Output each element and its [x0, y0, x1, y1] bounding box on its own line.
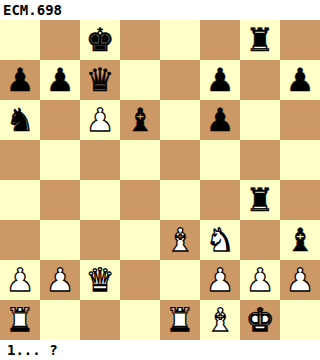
square-c6[interactable]: ♟ [80, 100, 120, 140]
square-e7[interactable] [160, 60, 200, 100]
white-pawn-piece: ♟ [206, 260, 235, 300]
square-g6[interactable] [240, 100, 280, 140]
square-b8[interactable] [40, 20, 80, 60]
square-f3[interactable]: ♞ [200, 220, 240, 260]
white-pawn-piece: ♟ [246, 260, 275, 300]
square-d7[interactable] [120, 60, 160, 100]
black-pawn-piece: ♟ [6, 60, 35, 100]
black-rook-piece: ♜ [246, 20, 275, 60]
square-f5[interactable] [200, 140, 240, 180]
square-g1[interactable]: ♚ [240, 300, 280, 340]
square-e1[interactable]: ♜ [160, 300, 200, 340]
square-f8[interactable] [200, 20, 240, 60]
square-c2[interactable]: ♛ [80, 260, 120, 300]
square-b4[interactable] [40, 180, 80, 220]
square-g7[interactable] [240, 60, 280, 100]
square-c5[interactable] [80, 140, 120, 180]
black-queen-piece: ♛ [86, 60, 115, 100]
square-g4[interactable]: ♜ [240, 180, 280, 220]
square-c7[interactable]: ♛ [80, 60, 120, 100]
square-a1[interactable]: ♜ [0, 300, 40, 340]
square-a8[interactable] [0, 20, 40, 60]
black-knight-piece: ♞ [6, 100, 35, 140]
square-e6[interactable] [160, 100, 200, 140]
square-h7[interactable]: ♟ [280, 60, 320, 100]
square-d3[interactable] [120, 220, 160, 260]
white-pawn-piece: ♟ [286, 260, 315, 300]
square-c1[interactable] [80, 300, 120, 340]
square-h8[interactable] [280, 20, 320, 60]
black-bishop-piece: ♝ [126, 100, 155, 140]
black-king-piece: ♚ [86, 20, 115, 60]
puzzle-title: ECM.698 [0, 0, 320, 20]
square-a2[interactable]: ♟ [0, 260, 40, 300]
square-e8[interactable] [160, 20, 200, 60]
square-d4[interactable] [120, 180, 160, 220]
square-g5[interactable] [240, 140, 280, 180]
square-f4[interactable] [200, 180, 240, 220]
white-queen-piece: ♛ [86, 260, 115, 300]
white-king-piece: ♚ [246, 300, 275, 340]
square-f6[interactable]: ♟ [200, 100, 240, 140]
square-h2[interactable]: ♟ [280, 260, 320, 300]
square-h1[interactable] [280, 300, 320, 340]
square-b2[interactable]: ♟ [40, 260, 80, 300]
square-c3[interactable] [80, 220, 120, 260]
square-e4[interactable] [160, 180, 200, 220]
black-pawn-piece: ♟ [46, 60, 75, 100]
square-b7[interactable]: ♟ [40, 60, 80, 100]
square-b1[interactable] [40, 300, 80, 340]
square-h3[interactable]: ♝ [280, 220, 320, 260]
black-pawn-piece: ♟ [206, 100, 235, 140]
white-pawn-piece: ♟ [86, 100, 115, 140]
black-pawn-piece: ♟ [286, 60, 315, 100]
square-g2[interactable]: ♟ [240, 260, 280, 300]
square-e2[interactable] [160, 260, 200, 300]
white-bishop-piece: ♝ [206, 300, 235, 340]
square-c8[interactable]: ♚ [80, 20, 120, 60]
square-e5[interactable] [160, 140, 200, 180]
white-rook-piece: ♜ [6, 300, 35, 340]
square-h4[interactable] [280, 180, 320, 220]
chess-board: ♚♜♟♟♛♟♟♞♟♝♟♜♝♞♝♟♟♛♟♟♟♜♜♝♚ [0, 20, 320, 340]
black-rook-piece: ♜ [246, 180, 275, 220]
move-prompt: 1... ? [0, 340, 320, 360]
square-a4[interactable] [0, 180, 40, 220]
square-d5[interactable] [120, 140, 160, 180]
square-f2[interactable]: ♟ [200, 260, 240, 300]
square-c4[interactable] [80, 180, 120, 220]
square-b3[interactable] [40, 220, 80, 260]
square-d8[interactable] [120, 20, 160, 60]
white-pawn-piece: ♟ [6, 260, 35, 300]
white-pawn-piece: ♟ [46, 260, 75, 300]
square-h6[interactable] [280, 100, 320, 140]
square-h5[interactable] [280, 140, 320, 180]
square-a6[interactable]: ♞ [0, 100, 40, 140]
square-b6[interactable] [40, 100, 80, 140]
square-b5[interactable] [40, 140, 80, 180]
square-d2[interactable] [120, 260, 160, 300]
white-knight-piece: ♞ [206, 220, 235, 260]
square-e3[interactable]: ♝ [160, 220, 200, 260]
black-bishop-piece: ♝ [286, 220, 315, 260]
black-pawn-piece: ♟ [206, 60, 235, 100]
square-a7[interactable]: ♟ [0, 60, 40, 100]
square-d6[interactable]: ♝ [120, 100, 160, 140]
square-f1[interactable]: ♝ [200, 300, 240, 340]
square-g8[interactable]: ♜ [240, 20, 280, 60]
square-f7[interactable]: ♟ [200, 60, 240, 100]
white-rook-piece: ♜ [166, 300, 195, 340]
square-d1[interactable] [120, 300, 160, 340]
square-a5[interactable] [0, 140, 40, 180]
square-a3[interactable] [0, 220, 40, 260]
square-g3[interactable] [240, 220, 280, 260]
white-bishop-piece: ♝ [166, 220, 195, 260]
